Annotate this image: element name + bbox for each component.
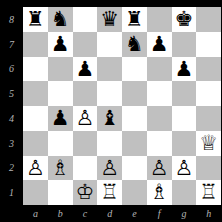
rank-label-3: 3	[0, 131, 23, 156]
square-g2[interactable]: ♙	[172, 156, 197, 181]
square-h6[interactable]	[196, 57, 221, 82]
piece-black-pawn: ♟	[48, 106, 73, 131]
piece-black-pawn: ♟	[172, 57, 197, 82]
square-a4[interactable]	[23, 106, 48, 131]
square-e4[interactable]	[122, 106, 147, 131]
square-f2[interactable]: ♙	[147, 156, 172, 181]
square-d4[interactable]: ♝	[97, 106, 122, 131]
square-a8[interactable]: ♜	[23, 7, 48, 32]
square-d2[interactable]: ♙	[97, 156, 122, 181]
file-label-h: h	[196, 205, 221, 221]
square-b6[interactable]	[48, 57, 73, 82]
square-g1[interactable]	[172, 180, 197, 205]
square-b7[interactable]: ♟	[48, 32, 73, 57]
piece-white-bishop: ♗	[147, 180, 172, 205]
square-e3[interactable]	[122, 131, 147, 156]
square-f6[interactable]	[147, 57, 172, 82]
square-g8[interactable]: ♚	[172, 7, 197, 32]
square-b3[interactable]	[48, 131, 73, 156]
piece-black-knight: ♞	[48, 7, 73, 32]
piece-white-rook: ♖	[196, 180, 221, 205]
square-a1[interactable]	[23, 180, 48, 205]
square-g7[interactable]	[172, 32, 197, 57]
square-e1[interactable]	[122, 180, 147, 205]
rank-label-4: 4	[0, 106, 23, 131]
square-c8[interactable]	[73, 7, 98, 32]
square-g3[interactable]	[172, 131, 197, 156]
file-label-e: e	[122, 205, 147, 221]
square-f1[interactable]: ♗	[147, 180, 172, 205]
chess-diagram: 87654321 ♜♞♛♜♚♟♞♟♟♟♟♙♝♕♙♗♙♙♙♔♖♗♖ abcdefg…	[0, 0, 222, 222]
square-h4[interactable]	[196, 106, 221, 131]
square-b1[interactable]	[48, 180, 73, 205]
square-a3[interactable]	[23, 131, 48, 156]
file-label-b: b	[48, 205, 73, 221]
rank-label-1: 1	[0, 180, 23, 205]
piece-black-king: ♚	[172, 7, 197, 32]
piece-white-pawn: ♙	[147, 156, 172, 181]
square-g6[interactable]: ♟	[172, 57, 197, 82]
square-a7[interactable]	[23, 32, 48, 57]
square-c2[interactable]	[73, 156, 98, 181]
piece-white-king: ♔	[73, 180, 98, 205]
square-a2[interactable]: ♙	[23, 156, 48, 181]
piece-black-bishop: ♝	[97, 106, 122, 131]
square-h8[interactable]	[196, 7, 221, 32]
square-b5[interactable]	[48, 81, 73, 106]
square-e7[interactable]: ♞	[122, 32, 147, 57]
square-c6[interactable]: ♟	[73, 57, 98, 82]
piece-black-rook: ♜	[23, 7, 48, 32]
file-label-a: a	[23, 205, 48, 221]
square-h2[interactable]	[196, 156, 221, 181]
square-e8[interactable]: ♜	[122, 7, 147, 32]
rank-label-2: 2	[0, 156, 23, 181]
square-b8[interactable]: ♞	[48, 7, 73, 32]
file-label-g: g	[172, 205, 197, 221]
square-d1[interactable]: ♖	[97, 180, 122, 205]
square-h5[interactable]	[196, 81, 221, 106]
square-d8[interactable]: ♛	[97, 7, 122, 32]
square-f8[interactable]	[147, 7, 172, 32]
piece-white-pawn: ♙	[73, 106, 98, 131]
rank-label-5: 5	[0, 81, 23, 106]
file-label-c: c	[73, 205, 98, 221]
square-d3[interactable]	[97, 131, 122, 156]
piece-white-rook: ♖	[97, 180, 122, 205]
piece-black-queen: ♛	[97, 7, 122, 32]
square-e5[interactable]	[122, 81, 147, 106]
file-label-f: f	[147, 205, 172, 221]
square-e6[interactable]	[122, 57, 147, 82]
square-b4[interactable]: ♟	[48, 106, 73, 131]
piece-black-pawn: ♟	[73, 57, 98, 82]
square-e2[interactable]	[122, 156, 147, 181]
square-c7[interactable]	[73, 32, 98, 57]
square-d7[interactable]	[97, 32, 122, 57]
square-f7[interactable]: ♟	[147, 32, 172, 57]
square-c5[interactable]	[73, 81, 98, 106]
rank-label-8: 8	[0, 7, 23, 32]
square-h7[interactable]	[196, 32, 221, 57]
square-g4[interactable]	[172, 106, 197, 131]
square-a6[interactable]	[23, 57, 48, 82]
piece-black-pawn: ♟	[48, 32, 73, 57]
file-label-d: d	[97, 205, 122, 221]
rank-labels: 87654321	[0, 7, 23, 205]
square-f3[interactable]	[147, 131, 172, 156]
file-labels: abcdefgh	[23, 205, 221, 221]
square-c1[interactable]: ♔	[73, 180, 98, 205]
square-h3[interactable]: ♕	[196, 131, 221, 156]
square-h1[interactable]: ♖	[196, 180, 221, 205]
piece-white-pawn: ♙	[172, 156, 197, 181]
piece-white-queen: ♕	[196, 131, 221, 156]
square-f5[interactable]	[147, 81, 172, 106]
piece-black-knight: ♞	[122, 32, 147, 57]
square-a5[interactable]	[23, 81, 48, 106]
square-b2[interactable]: ♗	[48, 156, 73, 181]
piece-black-rook: ♜	[122, 7, 147, 32]
piece-white-pawn: ♙	[97, 156, 122, 181]
rank-label-6: 6	[0, 57, 23, 82]
rank-label-7: 7	[0, 32, 23, 57]
piece-white-bishop: ♗	[48, 156, 73, 181]
piece-black-pawn: ♟	[147, 32, 172, 57]
square-c4[interactable]: ♙	[73, 106, 98, 131]
square-c3[interactable]	[73, 131, 98, 156]
chess-board: ♜♞♛♜♚♟♞♟♟♟♟♙♝♕♙♗♙♙♙♔♖♗♖	[23, 7, 221, 205]
piece-white-pawn: ♙	[23, 156, 48, 181]
square-g5[interactable]	[172, 81, 197, 106]
square-f4[interactable]	[147, 106, 172, 131]
square-d5[interactable]	[97, 81, 122, 106]
square-d6[interactable]	[97, 57, 122, 82]
